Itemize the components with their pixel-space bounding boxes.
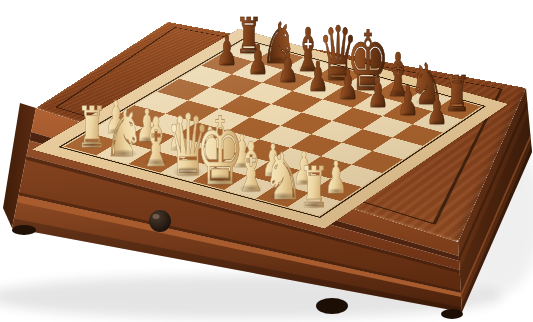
bun-foot-left (12, 225, 36, 235)
black-pawn-glyph: ♟ (427, 90, 448, 131)
chess-set-photo: ♜♞♟♝♟♛♟♚♟♝♟♞♟♜♟♟♟♟♜♟♞♟♝♟♛♟♚♟♝♟♞♜ (0, 0, 533, 322)
black-pawn-glyph: ♟ (247, 40, 268, 81)
drawer-knob-highlight (153, 214, 160, 219)
white-knight-glyph: ♞ (262, 145, 303, 210)
black-pawn-glyph: ♟ (307, 57, 328, 98)
bun-foot-right (441, 309, 463, 319)
black-pawn-glyph: ♟ (367, 73, 388, 114)
black-pawn-glyph: ♟ (397, 81, 418, 122)
drawer-knob[interactable] (149, 210, 171, 232)
black-pawn-glyph: ♟ (337, 65, 358, 106)
black-pawn-glyph: ♟ (277, 48, 298, 89)
black-pawn-glyph: ♟ (217, 31, 238, 72)
bun-foot-center (316, 298, 348, 314)
white-rook-glyph: ♜ (298, 160, 329, 216)
